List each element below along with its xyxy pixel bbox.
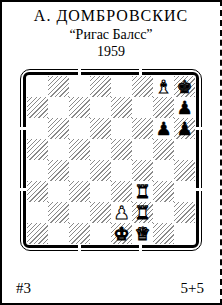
square-c1 [69, 223, 90, 244]
black-pawn: ♟ [155, 118, 171, 139]
square-e2: ♟ [111, 202, 132, 223]
square-h7: ♟ [174, 97, 195, 118]
problem-diagram-page: А. ДОМБРОВСКИС “Ригас Балсс” 1959 ♝♚♟♟♟♜… [0, 0, 222, 305]
frame-seam [195, 127, 202, 130]
square-d4 [90, 160, 111, 181]
square-b6 [48, 118, 69, 139]
board-grid: ♝♚♟♟♟♜♟♜♚♛ [27, 76, 195, 244]
black-pawn: ♟ [176, 97, 192, 118]
square-d3 [90, 181, 111, 202]
square-e8 [111, 76, 132, 97]
square-f5 [132, 139, 153, 160]
board-inner-frame: ♝♚♟♟♟♜♟♜♚♛ [23, 72, 199, 248]
square-a3 [27, 181, 48, 202]
white-king: ♚ [113, 223, 129, 244]
square-f2: ♜ [132, 202, 153, 223]
square-c3 [69, 181, 90, 202]
white-bishop: ♝ [155, 76, 171, 97]
square-e3 [111, 181, 132, 202]
square-f6 [132, 118, 153, 139]
square-b4 [48, 160, 69, 181]
frame-seam [139, 69, 142, 76]
square-h2 [174, 202, 195, 223]
square-e5 [111, 139, 132, 160]
diagram-header: А. ДОМБРОВСКИС “Ригас Балсс” 1959 [2, 2, 220, 61]
square-d7 [90, 97, 111, 118]
material-count-label: 5+5 [181, 280, 204, 297]
black-king: ♚ [176, 76, 192, 97]
square-f8 [132, 76, 153, 97]
square-b8 [48, 76, 69, 97]
square-e6 [111, 118, 132, 139]
square-a6 [27, 118, 48, 139]
square-b3 [48, 181, 69, 202]
square-a1 [27, 223, 48, 244]
square-d1 [90, 223, 111, 244]
square-h6: ♟ [174, 118, 195, 139]
publication-source: “Ригас Балсс” [2, 27, 220, 43]
square-f3: ♜ [132, 181, 153, 202]
square-h5 [174, 139, 195, 160]
square-f4 [132, 160, 153, 181]
square-e1: ♚ [111, 223, 132, 244]
square-h1 [174, 223, 195, 244]
square-g3 [153, 181, 174, 202]
square-d6 [90, 118, 111, 139]
square-g2 [153, 202, 174, 223]
square-d2 [90, 202, 111, 223]
square-c5 [69, 139, 90, 160]
chess-board: ♝♚♟♟♟♜♟♜♚♛ [20, 69, 202, 251]
square-b2 [48, 202, 69, 223]
square-g8: ♝ [153, 76, 174, 97]
square-g7 [153, 97, 174, 118]
black-pawn: ♟ [176, 118, 192, 139]
square-h8: ♚ [174, 76, 195, 97]
square-a7 [27, 97, 48, 118]
stipulation-label: #3 [16, 280, 31, 297]
square-a2 [27, 202, 48, 223]
frame-seam [195, 188, 202, 191]
square-g1 [153, 223, 174, 244]
square-f7 [132, 97, 153, 118]
composer-name: А. ДОМБРОВСКИС [2, 7, 220, 25]
square-h3 [174, 181, 195, 202]
square-b5 [48, 139, 69, 160]
square-f1: ♛ [132, 223, 153, 244]
square-g5 [153, 139, 174, 160]
square-g4 [153, 160, 174, 181]
square-b1 [48, 223, 69, 244]
square-c7 [69, 97, 90, 118]
square-a4 [27, 160, 48, 181]
frame-seam [20, 127, 27, 130]
frame-seam [78, 244, 81, 251]
square-h4 [174, 160, 195, 181]
square-c6 [69, 118, 90, 139]
board-outer-frame: ♝♚♟♟♟♜♟♜♚♛ [20, 69, 202, 251]
frame-seam [78, 69, 81, 76]
square-e4 [111, 160, 132, 181]
square-a8 [27, 76, 48, 97]
square-c8 [69, 76, 90, 97]
square-c4 [69, 160, 90, 181]
frame-seam [20, 188, 27, 191]
square-e7 [111, 97, 132, 118]
diagram-caption: #3 5+5 [2, 280, 220, 303]
square-d8 [90, 76, 111, 97]
square-b7 [48, 97, 69, 118]
white-rook: ♜ [134, 202, 150, 223]
square-c2 [69, 202, 90, 223]
square-g6: ♟ [153, 118, 174, 139]
white-pawn: ♟ [113, 202, 129, 223]
publication-year: 1959 [2, 44, 220, 60]
white-rook: ♜ [134, 181, 150, 202]
frame-seam [139, 244, 142, 251]
square-a5 [27, 139, 48, 160]
square-d5 [90, 139, 111, 160]
white-queen: ♛ [134, 223, 150, 244]
